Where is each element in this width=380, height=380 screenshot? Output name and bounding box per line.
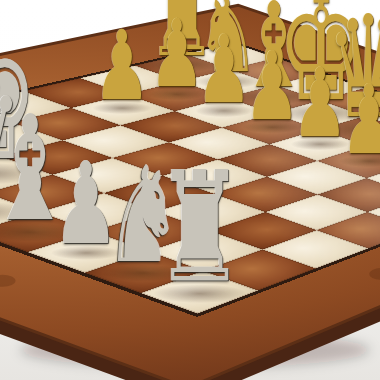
piece-gold-pawn-e7[interactable]: ♟ xyxy=(93,18,150,114)
chessboard-photo: ♜♞♟♝♟♟♚♟♛♟♟♟♚♛♝♟♞♜ xyxy=(0,0,380,380)
piece-silver-rook-a1[interactable]: ♜ xyxy=(155,152,245,304)
pieces-layer: ♜♞♟♝♟♟♚♟♛♟♟♟♚♛♝♟♞♜ xyxy=(0,0,380,380)
piece-gold-pawn-f3[interactable]: ♟ xyxy=(340,71,380,167)
